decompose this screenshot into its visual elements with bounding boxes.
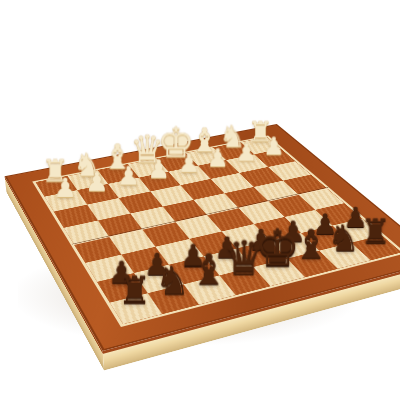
white-pawn[interactable]: ♟	[234, 140, 258, 164]
white-pawn[interactable]: ♟	[116, 163, 142, 189]
white-pawn[interactable]: ♟	[52, 175, 78, 201]
scene: ♜♞♝♛♚♝♞♜♟♟♟♟♟♟♟♟♟♟♟♟♟♟♟♟♜♞♝♛♚♝♞♜	[0, 0, 400, 400]
board-frame: ♜♞♝♛♚♝♞♜♟♟♟♟♟♟♟♟♟♟♟♟♟♟♟♟♜♞♝♛♚♝♞♜	[5, 124, 400, 351]
white-pawn[interactable]: ♟	[262, 134, 286, 158]
black-bishop[interactable]: ♝	[187, 248, 229, 290]
white-pawn[interactable]: ♟	[176, 151, 201, 176]
white-pawn[interactable]: ♟	[84, 169, 110, 195]
white-pawn[interactable]: ♟	[146, 157, 171, 182]
black-rook[interactable]: ♜	[358, 214, 392, 248]
black-knight[interactable]: ♞	[153, 260, 192, 299]
black-rook[interactable]: ♜	[116, 272, 153, 309]
chess-board: ♜♞♝♛♚♝♞♜♟♟♟♟♟♟♟♟♟♟♟♟♟♟♟♟♜♞♝♛♚♝♞♜	[5, 124, 400, 351]
white-pawn[interactable]: ♟	[205, 145, 230, 170]
